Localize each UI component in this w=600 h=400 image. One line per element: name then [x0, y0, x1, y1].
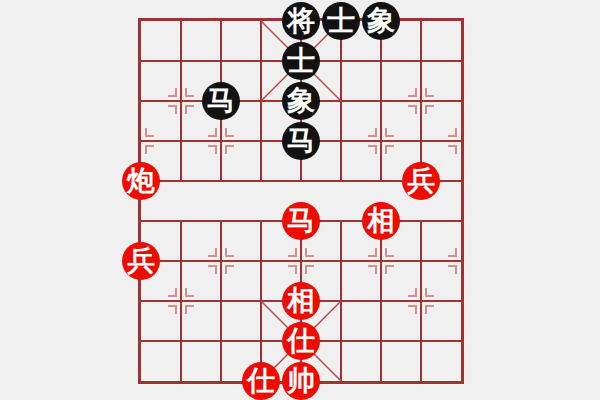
- point-marker: [225, 145, 234, 154]
- point-marker: [385, 145, 394, 154]
- point-marker: [385, 265, 394, 274]
- piece-glyph: 象: [367, 2, 395, 40]
- point-marker: [225, 248, 234, 257]
- point-marker: [185, 105, 194, 114]
- piece-red-pawn[interactable]: 兵: [402, 162, 440, 200]
- point-marker: [408, 288, 417, 297]
- point-marker: [145, 145, 154, 154]
- point-marker: [448, 145, 457, 154]
- point-marker: [448, 128, 457, 137]
- piece-glyph: 炮: [127, 162, 155, 200]
- point-marker: [168, 305, 177, 314]
- piece-glyph: 马: [207, 82, 235, 120]
- piece-red-advisor[interactable]: 仕: [242, 362, 280, 400]
- point-marker: [448, 248, 457, 257]
- piece-black-advisor[interactable]: 士: [322, 2, 360, 40]
- point-marker: [288, 265, 297, 274]
- point-marker: [368, 248, 377, 257]
- point-marker: [408, 105, 417, 114]
- xiangqi-screen: 将士象士马象马炮兵马相兵相仕仕帅: [0, 0, 600, 400]
- piece-black-advisor[interactable]: 士: [282, 42, 320, 80]
- piece-black-horse[interactable]: 马: [282, 122, 320, 160]
- point-marker: [168, 105, 177, 114]
- piece-glyph: 帅: [287, 362, 315, 400]
- point-marker: [305, 265, 314, 274]
- point-marker: [168, 288, 177, 297]
- point-marker: [368, 265, 377, 274]
- piece-red-general[interactable]: 帅: [282, 362, 320, 400]
- piece-black-elephant[interactable]: 象: [282, 82, 320, 120]
- point-marker: [168, 88, 177, 97]
- point-marker: [208, 265, 217, 274]
- point-marker: [225, 128, 234, 137]
- xiangqi-board: 将士象士马象马炮兵马相兵相仕仕帅: [138, 18, 464, 384]
- piece-glyph: 士: [287, 42, 315, 80]
- point-marker: [385, 128, 394, 137]
- point-marker: [425, 88, 434, 97]
- piece-glyph: 兵: [407, 162, 435, 200]
- piece-glyph: 象: [287, 82, 315, 120]
- point-marker: [145, 128, 154, 137]
- point-marker: [185, 288, 194, 297]
- point-marker: [208, 248, 217, 257]
- point-marker: [408, 88, 417, 97]
- point-marker: [448, 265, 457, 274]
- piece-glyph: 仕: [247, 362, 275, 400]
- point-marker: [288, 248, 297, 257]
- piece-glyph: 马: [287, 122, 315, 160]
- piece-black-general[interactable]: 将: [282, 2, 320, 40]
- piece-glyph: 相: [287, 282, 315, 320]
- piece-red-elephant[interactable]: 相: [282, 282, 320, 320]
- piece-glyph: 仕: [287, 322, 315, 360]
- piece-glyph: 兵: [127, 242, 155, 280]
- point-marker: [208, 145, 217, 154]
- piece-glyph: 相: [367, 202, 395, 240]
- point-marker: [385, 248, 394, 257]
- piece-black-elephant[interactable]: 象: [362, 2, 400, 40]
- point-marker: [368, 145, 377, 154]
- piece-red-horse[interactable]: 马: [282, 202, 320, 240]
- piece-red-elephant[interactable]: 相: [362, 202, 400, 240]
- piece-black-horse[interactable]: 马: [202, 82, 240, 120]
- piece-red-advisor[interactable]: 仕: [282, 322, 320, 360]
- point-marker: [185, 88, 194, 97]
- point-marker: [425, 105, 434, 114]
- point-marker: [425, 288, 434, 297]
- piece-glyph: 士: [327, 2, 355, 40]
- point-marker: [305, 248, 314, 257]
- point-marker: [368, 128, 377, 137]
- point-marker: [185, 305, 194, 314]
- point-marker: [425, 305, 434, 314]
- piece-red-pawn[interactable]: 兵: [122, 242, 160, 280]
- point-marker: [408, 305, 417, 314]
- point-marker: [208, 128, 217, 137]
- piece-red-cannon[interactable]: 炮: [122, 162, 160, 200]
- point-marker: [225, 265, 234, 274]
- piece-glyph: 马: [287, 202, 315, 240]
- piece-glyph: 将: [287, 2, 315, 40]
